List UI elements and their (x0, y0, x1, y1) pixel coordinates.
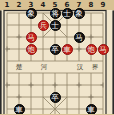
black-elephant-piece[interactable]: 象 (74, 8, 85, 19)
column-label-4: 4 (37, 0, 49, 10)
black-chariot-piece[interactable]: 車 (14, 104, 25, 115)
black-advisor-piece[interactable]: 士 (50, 20, 61, 31)
red-cannon-piece[interactable]: 炮 (26, 44, 37, 55)
river-char: 楚 (14, 63, 24, 72)
black-advisor-piece[interactable]: 士 (62, 8, 73, 19)
river-char: 汉 (75, 63, 85, 72)
column-label-8: 8 (85, 0, 97, 10)
red-horse-piece[interactable]: 马 (26, 32, 37, 43)
black-horse-piece[interactable]: 马 (74, 32, 85, 43)
column-label-1: 1 (1, 0, 13, 10)
black-elephant-piece[interactable]: 象 (26, 8, 37, 19)
black-chariot-piece[interactable]: 車 (86, 104, 97, 115)
red-horse-piece[interactable]: 马 (98, 44, 109, 55)
red-soldier-piece[interactable]: 兵 (38, 20, 49, 31)
column-label-2: 2 (13, 0, 25, 10)
xiangqi-board[interactable]: 123456789 楚河汉界 象将士象兵士马马炮卒車炮马卒車車 (0, 0, 114, 114)
black-general-piece[interactable]: 将 (50, 8, 61, 19)
black-soldier-piece[interactable]: 卒 (50, 44, 61, 55)
river-char: 河 (39, 63, 49, 72)
red-chariot-piece[interactable]: 車 (62, 44, 73, 55)
red-cannon-piece[interactable]: 炮 (86, 44, 97, 55)
column-label-9: 9 (97, 0, 109, 10)
river-char: 界 (90, 63, 100, 72)
black-soldier-piece[interactable]: 卒 (50, 92, 61, 103)
